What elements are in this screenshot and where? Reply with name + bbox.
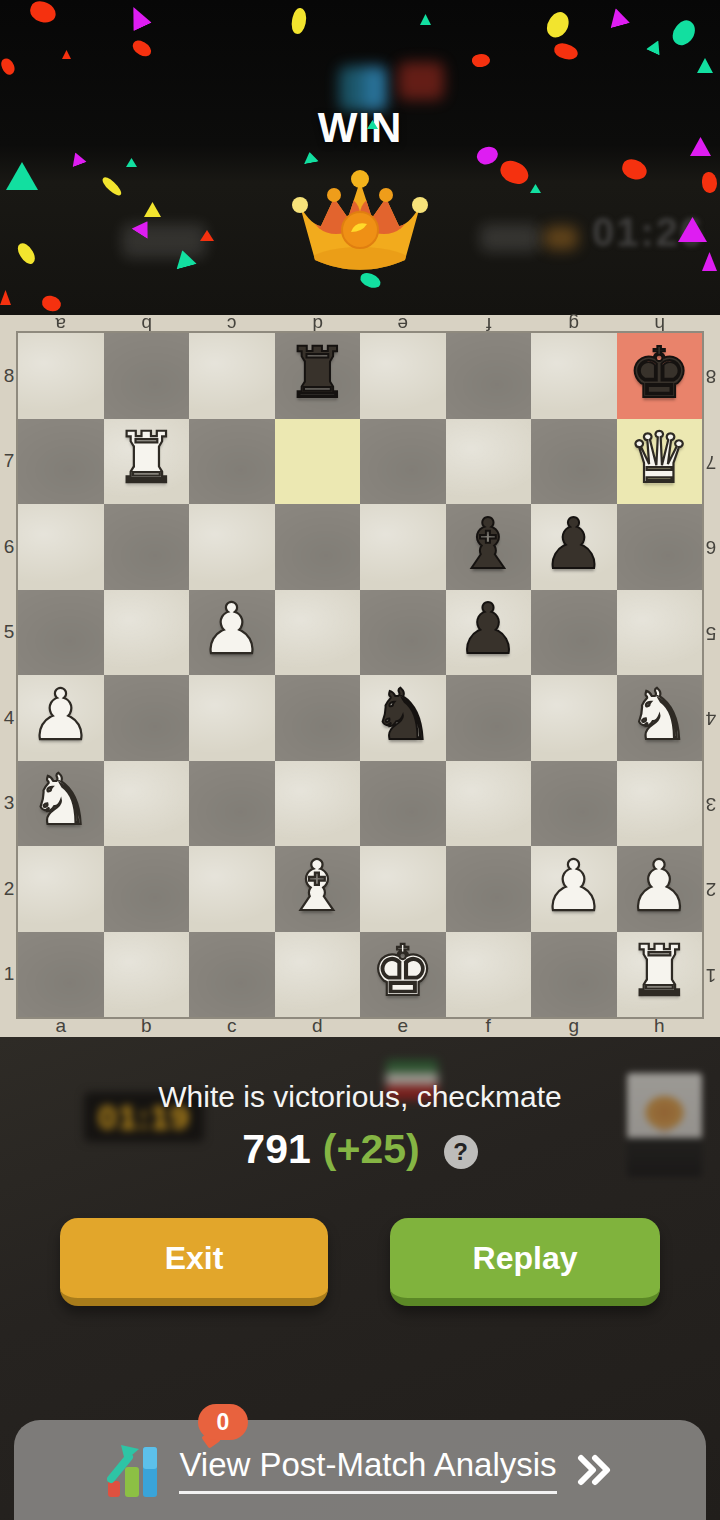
confetti-piece [68, 150, 87, 167]
piece-wP-g2: ♟ [542, 851, 605, 921]
confetti-piece [144, 202, 161, 217]
exit-button[interactable]: Exit [60, 1218, 328, 1306]
notification-badge: 0 [198, 1404, 248, 1440]
square-h3[interactable] [617, 761, 703, 847]
square-h1[interactable]: ♜ [617, 932, 703, 1018]
square-d6[interactable] [275, 504, 361, 590]
square-d4[interactable] [275, 675, 361, 761]
rank-labels-left: 87654321 [0, 333, 18, 1017]
square-b1[interactable] [104, 932, 190, 1018]
square-a2[interactable] [18, 846, 104, 932]
confetti-piece [668, 17, 700, 50]
square-a4[interactable]: ♟ [18, 675, 104, 761]
square-a8[interactable] [18, 333, 104, 419]
coord-label-d: d [275, 1017, 361, 1035]
help-icon[interactable]: ? [444, 1135, 478, 1169]
blurred-player-rating-mid [544, 226, 578, 250]
confetti-piece [124, 3, 151, 31]
coord-label-4: 4 [702, 675, 720, 761]
confetti-piece [697, 58, 713, 73]
coord-label-d: d [275, 315, 361, 333]
square-c3[interactable] [189, 761, 275, 847]
coord-label-3: 3 [0, 761, 18, 847]
confetti-piece [702, 172, 717, 193]
square-b8[interactable] [104, 333, 190, 419]
piece-bP-f5: ♟ [457, 594, 520, 664]
chess-board: abcdefgh abcdefgh 87654321 87654321 ♜♚♜♛… [0, 315, 720, 1037]
square-g2[interactable]: ♟ [531, 846, 617, 932]
coord-label-1: 1 [0, 932, 18, 1018]
square-e4[interactable]: ♞ [360, 675, 446, 761]
coord-label-5: 5 [0, 590, 18, 676]
coord-label-g: g [531, 315, 617, 333]
square-e3[interactable] [360, 761, 446, 847]
square-a7[interactable] [18, 419, 104, 505]
piece-wB-d2: ♝ [286, 851, 349, 921]
confetti-piece [542, 9, 573, 42]
coord-label-h: h [617, 315, 703, 333]
coord-label-7: 7 [702, 419, 720, 505]
square-h5[interactable] [617, 590, 703, 676]
confetti-piece [497, 158, 531, 188]
victory-crown-icon [292, 168, 428, 278]
square-e2[interactable] [360, 846, 446, 932]
square-e6[interactable] [360, 504, 446, 590]
coord-label-e: e [360, 1017, 446, 1035]
blurred-shield-icon [398, 62, 444, 100]
coord-label-6: 6 [0, 504, 18, 590]
square-d2[interactable]: ♝ [275, 846, 361, 932]
coord-label-8: 8 [702, 333, 720, 419]
post-match-analysis-bar[interactable]: 0 View Post-Match Analysis [14, 1420, 706, 1520]
coord-label-c: c [189, 315, 275, 333]
confetti-piece [606, 6, 630, 29]
confetti-piece [302, 151, 319, 164]
confetti-piece [6, 162, 38, 190]
coord-label-8: 8 [0, 333, 18, 419]
confetti-piece [289, 7, 308, 35]
square-g5[interactable] [531, 590, 617, 676]
rating-change: (+25) [323, 1126, 420, 1173]
file-labels-bottom: abcdefgh [18, 1017, 702, 1035]
confetti-piece [553, 42, 580, 62]
analysis-link-label: View Post-Match Analysis [179, 1446, 556, 1494]
square-f4[interactable] [446, 675, 532, 761]
rating-row: 791 (+25) ? [0, 1126, 720, 1173]
square-g4[interactable] [531, 675, 617, 761]
square-c1[interactable] [189, 932, 275, 1018]
piece-bK-h8: ♚ [628, 338, 691, 408]
coord-label-e: e [360, 315, 446, 333]
coord-label-3: 3 [702, 761, 720, 847]
coord-label-h: h [617, 1017, 703, 1035]
piece-wN-h4: ♞ [628, 680, 691, 750]
board-grid: ♜♚♜♛♝♟♟♟♟♞♞♞♝♟♟♚♜ [18, 333, 702, 1017]
square-e8[interactable] [360, 333, 446, 419]
piece-wQ-h7: ♛ [628, 423, 691, 493]
square-c6[interactable] [189, 504, 275, 590]
square-f3[interactable] [446, 761, 532, 847]
rank-labels-right: 87654321 [702, 333, 720, 1017]
confetti-piece [100, 175, 124, 198]
coord-label-f: f [446, 1017, 532, 1035]
confetti-piece [620, 157, 649, 182]
square-f1[interactable] [446, 932, 532, 1018]
coord-label-2: 2 [0, 846, 18, 932]
square-g7[interactable] [531, 419, 617, 505]
blurred-player-stats-mid [480, 224, 540, 252]
square-h8[interactable]: ♚ [617, 333, 703, 419]
coord-label-b: b [104, 315, 190, 333]
square-h2[interactable]: ♟ [617, 846, 703, 932]
result-message: White is victorious, checkmate [0, 1080, 720, 1114]
square-d3[interactable] [275, 761, 361, 847]
piece-wP-h2: ♟ [628, 851, 691, 921]
square-a1[interactable] [18, 932, 104, 1018]
coord-label-b: b [104, 1017, 190, 1035]
square-c7[interactable] [189, 419, 275, 505]
piece-bR-d8: ♜ [286, 338, 349, 408]
square-f8[interactable] [446, 333, 532, 419]
double-chevron-icon [577, 1454, 613, 1486]
square-b7[interactable]: ♜ [104, 419, 190, 505]
square-g8[interactable] [531, 333, 617, 419]
square-b3[interactable] [104, 761, 190, 847]
square-h6[interactable] [617, 504, 703, 590]
square-e7[interactable] [360, 419, 446, 505]
square-h7[interactable]: ♛ [617, 419, 703, 505]
square-d8[interactable]: ♜ [275, 333, 361, 419]
square-g6[interactable]: ♟ [531, 504, 617, 590]
square-a5[interactable] [18, 590, 104, 676]
coord-label-2: 2 [702, 846, 720, 932]
confetti-piece [0, 56, 17, 76]
celebration-header: WIN 01:26 [0, 0, 720, 315]
square-e1[interactable]: ♚ [360, 932, 446, 1018]
file-labels-top: abcdefgh [18, 315, 702, 333]
coord-label-g: g [531, 1017, 617, 1035]
confetti-piece [0, 290, 11, 305]
square-a3[interactable]: ♞ [18, 761, 104, 847]
coord-label-4: 4 [0, 675, 18, 761]
square-c4[interactable] [189, 675, 275, 761]
square-h4[interactable]: ♞ [617, 675, 703, 761]
square-g1[interactable] [531, 932, 617, 1018]
coord-label-a: a [18, 1017, 104, 1035]
piece-bB-f6: ♝ [457, 509, 520, 579]
square-g3[interactable] [531, 761, 617, 847]
confetti-piece [646, 37, 665, 55]
piece-bN-e4: ♞ [371, 680, 434, 750]
square-b6[interactable] [104, 504, 190, 590]
replay-button[interactable]: Replay [390, 1218, 660, 1306]
win-screen: WIN 01:26 [0, 0, 720, 1520]
square-c8[interactable] [189, 333, 275, 419]
square-b5[interactable] [104, 590, 190, 676]
square-f5[interactable]: ♟ [446, 590, 532, 676]
confetti-piece [62, 50, 71, 59]
confetti-piece [15, 240, 38, 266]
confetti-piece [530, 184, 541, 193]
confetti-piece [28, 0, 58, 25]
coord-label-f: f [446, 315, 532, 333]
coord-label-7: 7 [0, 419, 18, 505]
piece-wP-c5: ♟ [200, 594, 263, 664]
square-f7[interactable] [446, 419, 532, 505]
confetti-piece [126, 158, 137, 167]
win-title: WIN [0, 104, 720, 152]
square-b2[interactable] [104, 846, 190, 932]
square-f2[interactable] [446, 846, 532, 932]
piece-wN-a3: ♞ [29, 765, 92, 835]
coord-label-c: c [189, 1017, 275, 1035]
confetti-piece [420, 14, 431, 25]
coord-label-a: a [18, 315, 104, 333]
piece-wP-a4: ♟ [29, 680, 92, 750]
square-e5[interactable] [360, 590, 446, 676]
piece-wR-b7: ♜ [115, 423, 178, 493]
piece-wK-e1: ♚ [371, 936, 434, 1006]
coord-label-6: 6 [702, 504, 720, 590]
confetti-piece [41, 294, 62, 312]
piece-bP-g6: ♟ [542, 509, 605, 579]
square-b4[interactable] [104, 675, 190, 761]
square-a6[interactable] [18, 504, 104, 590]
square-c5[interactable]: ♟ [189, 590, 275, 676]
confetti-piece [130, 38, 154, 59]
coord-label-1: 1 [702, 932, 720, 1018]
rating-value: 791 [242, 1126, 310, 1173]
square-d1[interactable] [275, 932, 361, 1018]
square-f6[interactable]: ♝ [446, 504, 532, 590]
square-c2[interactable] [189, 846, 275, 932]
square-d5[interactable] [275, 590, 361, 676]
analysis-chart-icon [107, 1441, 159, 1499]
square-d7[interactable] [275, 419, 361, 505]
confetti-piece [471, 53, 491, 69]
piece-wR-h1: ♜ [628, 936, 691, 1006]
coord-label-5: 5 [702, 590, 720, 676]
